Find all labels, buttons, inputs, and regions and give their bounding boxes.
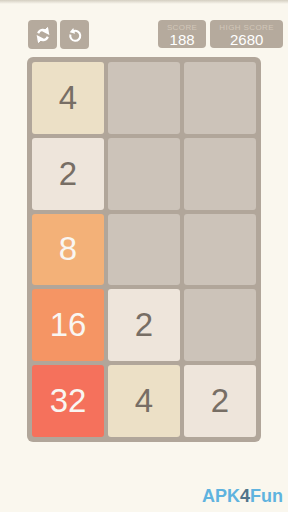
empty-cell: [108, 62, 180, 134]
empty-cell: [108, 138, 180, 210]
tile-2: 2: [32, 138, 104, 210]
tile-16: 16: [32, 289, 104, 361]
score-box: SCORE 188: [158, 20, 206, 48]
empty-cell: [184, 214, 256, 286]
watermark-part1: APK: [202, 486, 240, 506]
tile-4: 4: [32, 62, 104, 134]
watermark-part3: Fun: [250, 486, 283, 506]
undo-button[interactable]: [60, 20, 89, 49]
restart-button[interactable]: [28, 20, 57, 49]
undo-icon: [65, 25, 85, 45]
empty-cell: [184, 62, 256, 134]
empty-cell: [108, 214, 180, 286]
header-bar: SCORE 188 HIGH SCORE 2680: [28, 20, 283, 49]
score-value: 188: [170, 32, 195, 48]
board[interactable]: 4281623242: [27, 57, 261, 442]
button-row: [28, 20, 89, 49]
score-row: SCORE 188 HIGH SCORE 2680: [158, 20, 283, 48]
tile-32: 32: [32, 365, 104, 437]
watermark-part2: 4: [240, 486, 250, 506]
top-shadow: [0, 0, 288, 4]
high-score-value: 2680: [230, 32, 263, 48]
restart-icon: [33, 25, 53, 45]
tile-4: 4: [108, 365, 180, 437]
high-score-box: HIGH SCORE 2680: [210, 20, 283, 48]
tile-2: 2: [184, 365, 256, 437]
empty-cell: [184, 138, 256, 210]
empty-cell: [184, 289, 256, 361]
watermark: APK4Fun: [202, 486, 283, 507]
tile-2: 2: [108, 289, 180, 361]
tile-8: 8: [32, 214, 104, 286]
